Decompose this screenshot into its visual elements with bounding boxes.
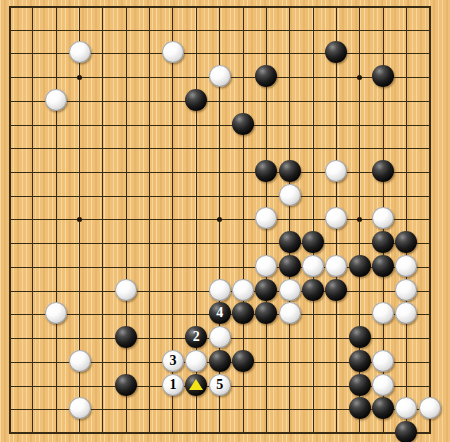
black-stone [372,231,394,253]
grid-line-vertical [406,6,407,435]
white-stone [185,350,207,372]
black-stone [279,160,301,182]
black-stone [209,350,231,372]
black-stone [302,231,324,253]
star-point [357,75,362,80]
grid-line-horizontal [9,432,431,434]
white-stone [395,255,417,277]
move-number-label: 5 [209,374,231,396]
white-stone [69,397,91,419]
white-stone [209,326,231,348]
black-stone [232,113,254,135]
white-stone [232,279,254,301]
black-stone [395,231,417,253]
triangle-marker [189,379,203,390]
white-stone [115,279,137,301]
grid-line-vertical [429,6,431,435]
black-stone [255,302,277,324]
black-stone [255,279,277,301]
white-stone [45,302,67,324]
grid-line-vertical [289,6,290,435]
go-board[interactable]: 12345 [0,0,450,442]
black-stone [255,65,277,87]
black-stone [255,160,277,182]
black-stone [115,374,137,396]
black-stone [349,350,371,372]
white-stone [372,302,394,324]
white-stone [209,65,231,87]
white-stone [325,255,347,277]
white-stone [255,255,277,277]
white-stone [419,397,441,419]
white-stone [279,302,301,324]
white-stone [279,184,301,206]
white-stone [69,350,91,372]
black-stone [279,231,301,253]
black-stone [349,255,371,277]
black-stone [372,160,394,182]
black-stone [395,421,417,442]
move-number-label: 2 [185,326,207,348]
white-stone [69,41,91,63]
white-stone [395,302,417,324]
black-stone [349,374,371,396]
move-number-label: 3 [162,350,184,372]
white-stone [395,397,417,419]
white-stone [372,374,394,396]
white-stone [209,279,231,301]
black-stone [372,65,394,87]
white-stone [162,41,184,63]
move-number-label: 1 [162,374,184,396]
black-stone [325,279,347,301]
black-stone [232,302,254,324]
black-stone [349,326,371,348]
star-point [217,217,222,222]
white-stone [372,350,394,372]
white-stone [325,160,347,182]
black-stone [232,350,254,372]
white-stone [255,207,277,229]
grid-line-horizontal [9,243,431,244]
black-stone [325,41,347,63]
star-point [77,217,82,222]
black-stone [279,255,301,277]
star-point [77,75,82,80]
white-stone [302,255,324,277]
black-stone [372,255,394,277]
white-stone [372,207,394,229]
star-point [357,217,362,222]
move-number-label: 4 [209,302,231,324]
black-stone [115,326,137,348]
white-stone [279,279,301,301]
black-stone [349,397,371,419]
white-stone [45,89,67,111]
black-stone [372,397,394,419]
black-stone [185,89,207,111]
white-stone [395,279,417,301]
grid-line-vertical [313,6,314,435]
white-stone [325,207,347,229]
black-stone [302,279,324,301]
